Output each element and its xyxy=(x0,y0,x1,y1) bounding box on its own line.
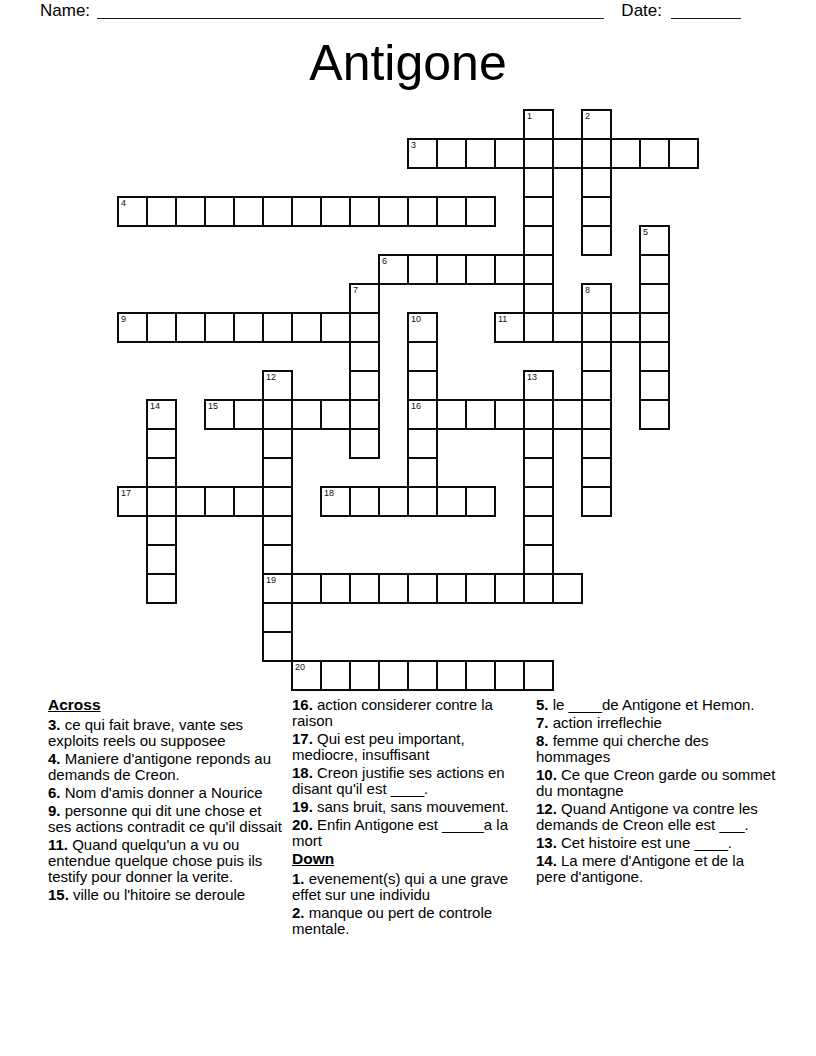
cell-r10c7[interactable] xyxy=(320,399,351,430)
cell-r7c17[interactable] xyxy=(610,312,641,343)
cell-r5c13[interactable] xyxy=(494,254,525,285)
cell-r12c16[interactable] xyxy=(581,457,612,488)
cell-r1c15[interactable] xyxy=(552,138,583,169)
cell-r15c14[interactable] xyxy=(523,544,554,575)
cell-r12c10[interactable] xyxy=(407,457,438,488)
cell-r16c1[interactable] xyxy=(146,573,177,604)
cell-r10c14[interactable] xyxy=(523,399,554,430)
cell-r1c19[interactable] xyxy=(668,138,699,169)
cell-r7c2[interactable] xyxy=(175,312,206,343)
cell-r17c5[interactable] xyxy=(262,602,293,633)
cell-r8c16[interactable] xyxy=(581,341,612,372)
cell-r13c16[interactable] xyxy=(581,486,612,517)
cell-r14c1[interactable] xyxy=(146,515,177,546)
cell-r3c10[interactable] xyxy=(407,196,438,227)
cell-r3c0[interactable]: 4 xyxy=(117,196,148,227)
cell-r3c12[interactable] xyxy=(465,196,496,227)
clue-number-6: 6 xyxy=(382,256,387,266)
cell-r16c12[interactable] xyxy=(465,573,496,604)
cell-r5c10[interactable] xyxy=(407,254,438,285)
cell-r13c0[interactable]: 17 xyxy=(117,486,148,517)
cell-r16c5[interactable]: 19 xyxy=(262,573,293,604)
cell-r10c13[interactable] xyxy=(494,399,525,430)
clue-a15: 15. ville ou l'hitoire se deroule xyxy=(48,887,282,903)
cell-r10c3[interactable]: 15 xyxy=(204,399,235,430)
cell-r8c8[interactable] xyxy=(349,341,380,372)
cell-r7c6[interactable] xyxy=(291,312,322,343)
date-blank-line xyxy=(671,12,741,19)
cell-r1c10[interactable]: 3 xyxy=(407,138,438,169)
cell-r1c13[interactable] xyxy=(494,138,525,169)
clue-a6: 6. Nom d'amis donner a Nourice xyxy=(48,785,282,801)
clue-a3: 3. ce qui fait brave, vante ses exploits… xyxy=(48,717,282,749)
cell-r10c18[interactable] xyxy=(639,399,670,430)
clue-a4: 4. Maniere d'antigone reponds au demands… xyxy=(48,751,282,783)
cell-r11c8[interactable] xyxy=(349,428,380,459)
clue-number-15: 15 xyxy=(208,401,218,411)
clue-column-1: Across3. ce qui fait brave, vante ses ex… xyxy=(48,697,282,905)
cell-r7c1[interactable] xyxy=(146,312,177,343)
name-label: Name: xyxy=(40,1,90,21)
cell-r19c13[interactable] xyxy=(494,660,525,691)
cell-r11c5[interactable] xyxy=(262,428,293,459)
cell-r8c10[interactable] xyxy=(407,341,438,372)
cell-r19c14[interactable] xyxy=(523,660,554,691)
page-title: Antigone xyxy=(0,36,816,90)
clue-number-12: 12 xyxy=(266,372,276,382)
clue-number-11: 11 xyxy=(498,314,507,324)
cell-r1c12[interactable] xyxy=(465,138,496,169)
clue-d5: 5. le ____de Antigone et Hemon. xyxy=(536,697,776,713)
cell-r19c7[interactable] xyxy=(320,660,351,691)
cell-r7c4[interactable] xyxy=(233,312,264,343)
cell-r9c5[interactable]: 12 xyxy=(262,370,293,401)
cell-r8c18[interactable] xyxy=(639,341,670,372)
clue-number-13: 13 xyxy=(527,372,537,382)
cell-r13c10[interactable] xyxy=(407,486,438,517)
cell-r3c14[interactable] xyxy=(523,196,554,227)
cell-r13c3[interactable] xyxy=(204,486,235,517)
cell-r16c13[interactable] xyxy=(494,573,525,604)
cell-r13c2[interactable] xyxy=(175,486,206,517)
worksheet-header: Name: Date: xyxy=(40,0,741,21)
cell-r11c10[interactable] xyxy=(407,428,438,459)
cell-r3c8[interactable] xyxy=(349,196,380,227)
cell-r10c6[interactable] xyxy=(291,399,322,430)
cell-r19c6[interactable]: 20 xyxy=(291,660,322,691)
cell-r12c1[interactable] xyxy=(146,457,177,488)
cell-r16c11[interactable] xyxy=(436,573,467,604)
clue-a16: 16. action considerer contre la raison xyxy=(292,697,524,729)
cell-r3c3[interactable] xyxy=(204,196,235,227)
cell-r19c11[interactable] xyxy=(436,660,467,691)
clue-a9: 9. personne qui dit une chose et ses act… xyxy=(48,803,282,835)
cell-r3c1[interactable] xyxy=(146,196,177,227)
cell-r4c16[interactable] xyxy=(581,225,612,256)
cell-r18c5[interactable] xyxy=(262,631,293,662)
clue-number-14: 14 xyxy=(150,401,160,411)
cell-r12c14[interactable] xyxy=(523,457,554,488)
clue-column-3: 5. le ____de Antigone et Hemon.7. action… xyxy=(536,697,776,887)
cell-r19c10[interactable] xyxy=(407,660,438,691)
clue-a11: 11. Quand quelqu'un a vu ou entendue que… xyxy=(48,837,282,885)
cell-r13c7[interactable]: 18 xyxy=(320,486,351,517)
cell-r13c1[interactable] xyxy=(146,486,177,517)
cell-r19c8[interactable] xyxy=(349,660,380,691)
date-label: Date: xyxy=(621,1,662,21)
cell-r1c16[interactable] xyxy=(581,138,612,169)
clue-number-18: 18 xyxy=(324,488,334,498)
clue-number-8: 8 xyxy=(585,285,590,295)
clue-d7: 7. action irreflechie xyxy=(536,715,776,731)
cell-r5c9[interactable]: 6 xyxy=(378,254,409,285)
cell-r5c12[interactable] xyxy=(465,254,496,285)
clue-number-20: 20 xyxy=(295,662,305,672)
cell-r10c4[interactable] xyxy=(233,399,264,430)
clue-a17: 17. Qui est peu important, mediocre, ins… xyxy=(292,731,524,763)
cell-r14c14[interactable] xyxy=(523,515,554,546)
cell-r3c6[interactable] xyxy=(291,196,322,227)
clue-number-7: 7 xyxy=(353,285,358,295)
cell-r13c5[interactable] xyxy=(262,486,293,517)
cell-r16c15[interactable] xyxy=(552,573,583,604)
clue-a18: 18. Creon justifie ses actions en disant… xyxy=(292,765,524,797)
cell-r15c5[interactable] xyxy=(262,544,293,575)
clue-number-3: 3 xyxy=(411,140,416,150)
cell-r19c9[interactable] xyxy=(378,660,409,691)
cell-r3c16[interactable] xyxy=(581,196,612,227)
cell-r6c14[interactable] xyxy=(523,283,554,314)
clue-d8: 8. femme qui cherche des hommages xyxy=(536,733,776,765)
cell-r7c14[interactable] xyxy=(523,312,554,343)
cell-r7c0[interactable]: 9 xyxy=(117,312,148,343)
clue-number-16: 16 xyxy=(411,401,421,411)
clue-d2: 2. manque ou pert de controle mentale. xyxy=(292,905,524,937)
cell-r6c16[interactable]: 8 xyxy=(581,283,612,314)
cell-r7c3[interactable] xyxy=(204,312,235,343)
clue-d14: 14. La mere d'Antigone et de la pere d'a… xyxy=(536,853,776,885)
clue-d1: 1. evenement(s) qui a une grave effet su… xyxy=(292,871,524,903)
cell-r19c12[interactable] xyxy=(465,660,496,691)
cell-r7c8[interactable] xyxy=(349,312,380,343)
cell-r7c13[interactable]: 11 xyxy=(494,312,525,343)
cell-r6c8[interactable]: 7 xyxy=(349,283,380,314)
down-heading: Down xyxy=(292,851,524,867)
cell-r0c16[interactable]: 2 xyxy=(581,109,612,140)
clue-number-17: 17 xyxy=(121,488,131,498)
cell-r3c2[interactable] xyxy=(175,196,206,227)
cell-r16c6[interactable] xyxy=(291,573,322,604)
clue-d12: 12. Quand Antigone va contre les demands… xyxy=(536,801,776,833)
cell-r9c18[interactable] xyxy=(639,370,670,401)
clue-number-9: 9 xyxy=(121,314,126,324)
cell-r9c16[interactable] xyxy=(581,370,612,401)
clue-a19: 19. sans bruit, sans mouvement. xyxy=(292,799,524,815)
cell-r15c1[interactable] xyxy=(146,544,177,575)
cell-r14c5[interactable] xyxy=(262,515,293,546)
cell-r3c11[interactable] xyxy=(436,196,467,227)
cell-r13c14[interactable] xyxy=(523,486,554,517)
cell-r9c8[interactable] xyxy=(349,370,380,401)
cell-r9c14[interactable]: 13 xyxy=(523,370,554,401)
cell-r10c8[interactable] xyxy=(349,399,380,430)
clue-a20: 20. Enfin Antigone est _____a la mort xyxy=(292,817,524,849)
cell-r11c14[interactable] xyxy=(523,428,554,459)
cell-r16c14[interactable] xyxy=(523,573,554,604)
cell-r13c9[interactable] xyxy=(378,486,409,517)
across-heading: Across xyxy=(48,697,282,713)
cell-r4c14[interactable] xyxy=(523,225,554,256)
cell-r13c11[interactable] xyxy=(436,486,467,517)
name-blank-line xyxy=(97,12,604,19)
clue-number-4: 4 xyxy=(121,198,126,208)
cell-r10c5[interactable] xyxy=(262,399,293,430)
clue-number-5: 5 xyxy=(643,227,648,237)
cell-r3c7[interactable] xyxy=(320,196,351,227)
cell-r10c15[interactable] xyxy=(552,399,583,430)
cell-r1c17[interactable] xyxy=(610,138,641,169)
clue-number-1: 1 xyxy=(527,111,532,121)
crossword-grid: 1234567891011121314151617181920 xyxy=(117,109,700,692)
cell-r16c9[interactable] xyxy=(378,573,409,604)
cell-r11c1[interactable] xyxy=(146,428,177,459)
cell-r10c11[interactable] xyxy=(436,399,467,430)
cell-r10c12[interactable] xyxy=(465,399,496,430)
cell-r7c10[interactable]: 10 xyxy=(407,312,438,343)
cell-r5c14[interactable] xyxy=(523,254,554,285)
cell-r13c12[interactable] xyxy=(465,486,496,517)
cell-r5c11[interactable] xyxy=(436,254,467,285)
cell-r7c16[interactable] xyxy=(581,312,612,343)
cell-r9c10[interactable] xyxy=(407,370,438,401)
cell-r10c1[interactable]: 14 xyxy=(146,399,177,430)
cell-r10c10[interactable]: 16 xyxy=(407,399,438,430)
cell-r11c16[interactable] xyxy=(581,428,612,459)
clue-column-2: 16. action considerer contre la raison17… xyxy=(292,697,524,939)
cell-r16c10[interactable] xyxy=(407,573,438,604)
cell-r6c18[interactable] xyxy=(639,283,670,314)
cell-r2c14[interactable] xyxy=(523,167,554,198)
clue-number-19: 19 xyxy=(266,575,276,585)
cell-r12c5[interactable] xyxy=(262,457,293,488)
cell-r3c4[interactable] xyxy=(233,196,264,227)
cell-r7c5[interactable] xyxy=(262,312,293,343)
clue-d10: 10. Ce que Creon garde ou sommet du mont… xyxy=(536,767,776,799)
cell-r10c16[interactable] xyxy=(581,399,612,430)
cell-r1c14[interactable] xyxy=(523,138,554,169)
cell-r13c4[interactable] xyxy=(233,486,264,517)
cell-r2c16[interactable] xyxy=(581,167,612,198)
cell-r4c18[interactable]: 5 xyxy=(639,225,670,256)
cell-r1c18[interactable] xyxy=(639,138,670,169)
cell-r16c8[interactable] xyxy=(349,573,380,604)
cell-r16c7[interactable] xyxy=(320,573,351,604)
cell-r0c14[interactable]: 1 xyxy=(523,109,554,140)
cell-r7c15[interactable] xyxy=(552,312,583,343)
cell-r3c5[interactable] xyxy=(262,196,293,227)
cell-r3c9[interactable] xyxy=(378,196,409,227)
clue-d13: 13. Cet histoire est une ____. xyxy=(536,835,776,851)
cell-r13c8[interactable] xyxy=(349,486,380,517)
cell-r7c7[interactable] xyxy=(320,312,351,343)
cell-r1c11[interactable] xyxy=(436,138,467,169)
clue-number-10: 10 xyxy=(411,314,421,324)
cell-r5c18[interactable] xyxy=(639,254,670,285)
clue-number-2: 2 xyxy=(585,111,590,121)
cell-r7c18[interactable] xyxy=(639,312,670,343)
